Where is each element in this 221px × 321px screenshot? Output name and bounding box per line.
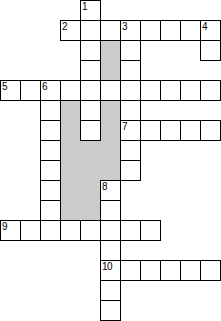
answer-cell[interactable] bbox=[200, 20, 221, 41]
answer-cell[interactable] bbox=[120, 140, 141, 161]
shaded-cell bbox=[100, 160, 121, 181]
answer-cell[interactable] bbox=[120, 220, 141, 241]
answer-cell[interactable] bbox=[80, 40, 101, 61]
answer-cell[interactable] bbox=[120, 100, 141, 121]
answer-cell[interactable] bbox=[40, 100, 61, 121]
answer-cell[interactable] bbox=[80, 220, 101, 241]
answer-cell[interactable] bbox=[20, 80, 41, 101]
answer-cell[interactable] bbox=[200, 120, 221, 141]
answer-cell[interactable] bbox=[20, 220, 41, 241]
answer-cell[interactable] bbox=[120, 260, 141, 281]
answer-cell[interactable] bbox=[100, 220, 121, 241]
answer-cell[interactable] bbox=[100, 240, 121, 261]
shaded-cell bbox=[80, 160, 101, 181]
answer-cell[interactable] bbox=[140, 220, 161, 241]
answer-cell[interactable] bbox=[140, 120, 161, 141]
answer-cell[interactable] bbox=[140, 80, 161, 101]
shaded-cell bbox=[100, 60, 121, 81]
answer-cell[interactable] bbox=[100, 260, 121, 281]
shaded-cell bbox=[60, 200, 81, 221]
answer-cell[interactable] bbox=[180, 120, 201, 141]
answer-cell[interactable] bbox=[60, 20, 81, 41]
answer-cell[interactable] bbox=[100, 180, 121, 201]
shaded-cell bbox=[100, 140, 121, 161]
shaded-cell bbox=[60, 100, 81, 121]
answer-cell[interactable] bbox=[0, 220, 21, 241]
answer-cell[interactable] bbox=[180, 260, 201, 281]
answer-cell[interactable] bbox=[120, 40, 141, 61]
answer-cell[interactable] bbox=[40, 80, 61, 101]
shaded-cell bbox=[60, 180, 81, 201]
answer-cell[interactable] bbox=[160, 120, 181, 141]
answer-cell[interactable] bbox=[40, 160, 61, 181]
answer-cell[interactable] bbox=[80, 100, 101, 121]
answer-cell[interactable] bbox=[80, 80, 101, 101]
answer-cell[interactable] bbox=[180, 20, 201, 41]
shaded-cell bbox=[60, 160, 81, 181]
answer-cell[interactable] bbox=[40, 180, 61, 201]
answer-cell[interactable] bbox=[200, 80, 221, 101]
answer-cell[interactable] bbox=[40, 140, 61, 161]
answer-cell[interactable] bbox=[120, 160, 141, 181]
answer-cell[interactable] bbox=[60, 80, 81, 101]
answer-cell[interactable] bbox=[40, 120, 61, 141]
answer-cell[interactable] bbox=[60, 220, 81, 241]
shaded-cell bbox=[100, 40, 121, 61]
answer-cell[interactable] bbox=[140, 260, 161, 281]
answer-cell[interactable] bbox=[100, 280, 121, 301]
shaded-cell bbox=[80, 200, 101, 221]
shaded-cell bbox=[60, 140, 81, 161]
answer-cell[interactable] bbox=[200, 40, 221, 61]
answer-cell[interactable] bbox=[140, 20, 161, 41]
crossword-board: 12345678910 bbox=[0, 0, 221, 321]
shaded-cell bbox=[100, 120, 121, 141]
answer-cell[interactable] bbox=[160, 20, 181, 41]
answer-cell[interactable] bbox=[80, 20, 101, 41]
answer-cell[interactable] bbox=[40, 200, 61, 221]
answer-cell[interactable] bbox=[100, 300, 121, 321]
answer-cell[interactable] bbox=[100, 80, 121, 101]
answer-cell[interactable] bbox=[80, 120, 101, 141]
answer-cell[interactable] bbox=[80, 60, 101, 81]
answer-cell[interactable] bbox=[160, 80, 181, 101]
answer-cell[interactable] bbox=[80, 0, 101, 21]
answer-cell[interactable] bbox=[200, 260, 221, 281]
answer-cell[interactable] bbox=[120, 60, 141, 81]
shaded-cell bbox=[60, 120, 81, 141]
answer-cell[interactable] bbox=[100, 20, 121, 41]
answer-cell[interactable] bbox=[120, 20, 141, 41]
answer-cell[interactable] bbox=[100, 200, 121, 221]
answer-cell[interactable] bbox=[0, 80, 21, 101]
answer-cell[interactable] bbox=[180, 80, 201, 101]
answer-cell[interactable] bbox=[40, 220, 61, 241]
answer-cell[interactable] bbox=[160, 260, 181, 281]
shaded-cell bbox=[80, 180, 101, 201]
answer-cell[interactable] bbox=[120, 80, 141, 101]
shaded-cell bbox=[100, 100, 121, 121]
answer-cell[interactable] bbox=[120, 120, 141, 141]
shaded-cell bbox=[80, 140, 101, 161]
